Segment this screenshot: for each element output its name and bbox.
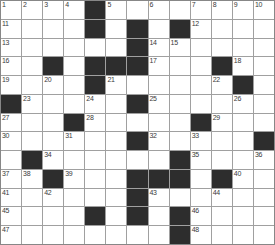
white-cell-r10c12[interactable]: 40 — [233, 170, 253, 188]
white-cell-r8c8[interactable]: 32 — [149, 132, 169, 150]
white-cell-r10c2[interactable]: 38 — [22, 170, 42, 188]
clue-number-6: 6 — [150, 1, 154, 9]
white-cell-r6c11[interactable] — [212, 95, 232, 113]
white-cell-r6c9[interactable] — [170, 95, 190, 113]
white-cell-r11c5[interactable] — [85, 189, 105, 207]
white-cell-r6c6[interactable] — [106, 95, 126, 113]
white-cell-r11c12[interactable] — [233, 189, 253, 207]
clue-number-34: 34 — [44, 151, 51, 159]
clue-number-22: 22 — [213, 76, 220, 84]
white-cell-r11c9[interactable] — [170, 189, 190, 207]
white-cell-r4c8[interactable]: 17 — [149, 57, 169, 75]
black-cell-r12c7 — [127, 207, 147, 225]
white-cell-r5c7[interactable] — [127, 76, 147, 94]
white-cell-r2c3[interactable] — [43, 20, 63, 38]
black-cell-r4c7 — [127, 57, 147, 75]
white-cell-r1c1[interactable]: 1 — [1, 1, 21, 19]
white-cell-r4c10[interactable] — [191, 57, 211, 75]
white-cell-r12c2[interactable] — [22, 207, 42, 225]
white-cell-r1c4[interactable]: 4 — [64, 1, 84, 19]
black-cell-r7c10 — [191, 114, 211, 132]
white-cell-r6c5[interactable]: 24 — [85, 95, 105, 113]
white-cell-r8c2[interactable] — [22, 132, 42, 150]
white-cell-r12c11[interactable] — [212, 207, 232, 225]
white-cell-r7c3[interactable] — [43, 114, 63, 132]
black-cell-r5c12 — [233, 76, 253, 94]
white-cell-r9c6[interactable] — [106, 151, 126, 169]
clue-number-9: 9 — [234, 1, 238, 9]
white-cell-r3c12[interactable] — [233, 39, 253, 57]
white-cell-r2c2[interactable] — [22, 20, 42, 38]
white-cell-r5c11[interactable]: 22 — [212, 76, 232, 94]
white-cell-r11c10[interactable] — [191, 189, 211, 207]
white-cell-r9c10[interactable]: 35 — [191, 151, 211, 169]
black-cell-r10c3 — [43, 170, 63, 188]
clue-number-31: 31 — [65, 132, 72, 140]
black-cell-r8c7 — [127, 132, 147, 150]
white-cell-r9c5[interactable] — [85, 151, 105, 169]
white-cell-r1c2[interactable]: 2 — [22, 1, 42, 19]
white-cell-r1c3[interactable]: 3 — [43, 1, 63, 19]
black-cell-r10c11 — [212, 170, 232, 188]
black-cell-r13c9 — [170, 226, 190, 244]
white-cell-r1c12[interactable]: 9 — [233, 1, 253, 19]
white-cell-r13c8[interactable] — [149, 226, 169, 244]
white-cell-r7c6[interactable] — [106, 114, 126, 132]
white-cell-r12c12[interactable] — [233, 207, 253, 225]
white-cell-r2c1[interactable]: 11 — [1, 20, 21, 38]
white-cell-r9c3[interactable]: 34 — [43, 151, 63, 169]
white-cell-r6c10[interactable] — [191, 95, 211, 113]
white-cell-r6c3[interactable] — [43, 95, 63, 113]
white-cell-r1c10[interactable]: 7 — [191, 1, 211, 19]
clue-number-28: 28 — [86, 114, 93, 122]
white-cell-r10c13[interactable] — [254, 170, 274, 188]
clue-number-8: 8 — [213, 1, 217, 9]
clue-number-2: 2 — [23, 1, 27, 9]
white-cell-r6c8[interactable]: 25 — [149, 95, 169, 113]
black-cell-r4c11 — [212, 57, 232, 75]
clue-number-47: 47 — [2, 226, 9, 234]
black-cell-r6c7 — [127, 95, 147, 113]
white-cell-r5c1[interactable]: 19 — [1, 76, 21, 94]
white-cell-r11c4[interactable] — [64, 189, 84, 207]
white-cell-r8c6[interactable] — [106, 132, 126, 150]
white-cell-r13c1[interactable]: 47 — [1, 226, 21, 244]
clue-number-4: 4 — [65, 1, 69, 9]
white-cell-r5c8[interactable] — [149, 76, 169, 94]
black-cell-r4c6 — [106, 57, 126, 75]
white-cell-r10c6[interactable] — [106, 170, 126, 188]
white-cell-r3c11[interactable] — [212, 39, 232, 57]
white-cell-r11c8[interactable]: 43 — [149, 189, 169, 207]
white-cell-r7c5[interactable]: 28 — [85, 114, 105, 132]
white-cell-r12c10[interactable]: 46 — [191, 207, 211, 225]
clue-number-21: 21 — [107, 76, 114, 84]
white-cell-r10c1[interactable]: 37 — [1, 170, 21, 188]
white-cell-r11c6[interactable] — [106, 189, 126, 207]
white-cell-r8c1[interactable]: 30 — [1, 132, 21, 150]
clue-number-14: 14 — [150, 39, 157, 47]
black-cell-r12c9 — [170, 207, 190, 225]
clue-number-33: 33 — [192, 132, 199, 140]
white-cell-r10c4[interactable]: 39 — [64, 170, 84, 188]
white-cell-r3c5[interactable] — [85, 39, 105, 57]
white-cell-r3c9[interactable]: 15 — [170, 39, 190, 57]
clue-number-18: 18 — [234, 57, 241, 65]
white-cell-r3c2[interactable] — [22, 39, 42, 57]
white-cell-r9c11[interactable] — [212, 151, 232, 169]
white-cell-r12c6[interactable] — [106, 207, 126, 225]
white-cell-r11c3[interactable]: 42 — [43, 189, 63, 207]
white-cell-r2c8[interactable] — [149, 20, 169, 38]
white-cell-r7c2[interactable] — [22, 114, 42, 132]
clue-number-32: 32 — [150, 132, 157, 140]
black-cell-r6c1 — [1, 95, 21, 113]
white-cell-r7c11[interactable]: 29 — [212, 114, 232, 132]
white-cell-r12c4[interactable] — [64, 207, 84, 225]
clue-number-48: 48 — [192, 226, 199, 234]
clue-number-7: 7 — [192, 1, 196, 9]
white-cell-r8c4[interactable]: 31 — [64, 132, 84, 150]
clue-number-41: 41 — [2, 189, 9, 197]
white-cell-r2c6[interactable] — [106, 20, 126, 38]
black-cell-r4c5 — [85, 57, 105, 75]
black-cell-r8c13 — [254, 132, 274, 150]
white-cell-r13c6[interactable] — [106, 226, 126, 244]
white-cell-r5c13[interactable] — [254, 76, 274, 94]
clue-number-37: 37 — [2, 170, 9, 178]
white-cell-r3c13[interactable] — [254, 39, 274, 57]
white-cell-r13c13[interactable] — [254, 226, 274, 244]
white-cell-r7c9[interactable] — [170, 114, 190, 132]
clue-number-20: 20 — [44, 76, 51, 84]
white-cell-r9c4[interactable] — [64, 151, 84, 169]
white-cell-r3c1[interactable]: 13 — [1, 39, 21, 57]
white-cell-r2c13[interactable] — [254, 20, 274, 38]
clue-number-30: 30 — [2, 132, 9, 140]
white-cell-r7c1[interactable]: 27 — [1, 114, 21, 132]
white-cell-r9c12[interactable] — [233, 151, 253, 169]
white-cell-r7c7[interactable] — [127, 114, 147, 132]
white-cell-r3c4[interactable] — [64, 39, 84, 57]
clue-number-24: 24 — [86, 95, 93, 103]
black-cell-r9c2 — [22, 151, 42, 169]
white-cell-r2c10[interactable]: 12 — [191, 20, 211, 38]
white-cell-r2c11[interactable] — [212, 20, 232, 38]
white-cell-r5c9[interactable] — [170, 76, 190, 94]
clue-number-10: 10 — [255, 1, 262, 9]
white-cell-r13c3[interactable] — [43, 226, 63, 244]
white-cell-r9c8[interactable] — [149, 151, 169, 169]
white-cell-r8c12[interactable] — [233, 132, 253, 150]
clue-number-43: 43 — [150, 189, 157, 197]
black-cell-r10c9 — [170, 170, 190, 188]
clue-number-42: 42 — [44, 189, 51, 197]
white-cell-r12c1[interactable]: 45 — [1, 207, 21, 225]
white-cell-r11c13[interactable] — [254, 189, 274, 207]
clue-number-17: 17 — [150, 57, 157, 65]
black-cell-r3c7 — [127, 39, 147, 57]
white-cell-r4c9[interactable] — [170, 57, 190, 75]
clue-number-11: 11 — [2, 20, 9, 28]
white-cell-r12c3[interactable] — [43, 207, 63, 225]
white-cell-r5c10[interactable] — [191, 76, 211, 94]
white-cell-r6c2[interactable]: 23 — [22, 95, 42, 113]
white-cell-r7c8[interactable] — [149, 114, 169, 132]
white-cell-r4c13[interactable] — [254, 57, 274, 75]
black-cell-r4c3 — [43, 57, 63, 75]
white-cell-r13c5[interactable] — [85, 226, 105, 244]
white-cell-r11c2[interactable] — [22, 189, 42, 207]
white-cell-r1c7[interactable] — [127, 1, 147, 19]
white-cell-r2c4[interactable] — [64, 20, 84, 38]
white-cell-r8c10[interactable]: 33 — [191, 132, 211, 150]
white-cell-r3c10[interactable] — [191, 39, 211, 57]
white-cell-r2c12[interactable] — [233, 20, 253, 38]
clue-number-29: 29 — [213, 114, 220, 122]
white-cell-r11c1[interactable]: 41 — [1, 189, 21, 207]
white-cell-r3c3[interactable] — [43, 39, 63, 57]
black-cell-r11c7 — [127, 189, 147, 207]
clue-number-26: 26 — [234, 95, 241, 103]
black-cell-r9c9 — [170, 151, 190, 169]
black-cell-r1c5 — [85, 1, 105, 19]
black-cell-r12c5 — [85, 207, 105, 225]
clue-number-35: 35 — [192, 151, 199, 159]
white-cell-r12c8[interactable] — [149, 207, 169, 225]
white-cell-r4c2[interactable] — [22, 57, 42, 75]
white-cell-r13c4[interactable] — [64, 226, 84, 244]
black-cell-r10c8 — [149, 170, 169, 188]
white-cell-r4c1[interactable]: 16 — [1, 57, 21, 75]
black-cell-r7c4 — [64, 114, 84, 132]
white-cell-r1c9[interactable] — [170, 1, 190, 19]
clue-number-15: 15 — [171, 39, 178, 47]
white-cell-r7c13[interactable] — [254, 114, 274, 132]
white-cell-r9c1[interactable] — [1, 151, 21, 169]
clue-number-23: 23 — [23, 95, 30, 103]
white-cell-r13c11[interactable] — [212, 226, 232, 244]
white-cell-r6c13[interactable] — [254, 95, 274, 113]
white-cell-r1c8[interactable]: 6 — [149, 1, 169, 19]
white-cell-r8c5[interactable] — [85, 132, 105, 150]
white-cell-r11c11[interactable]: 44 — [212, 189, 232, 207]
clue-number-12: 12 — [192, 20, 199, 28]
white-cell-r4c4[interactable] — [64, 57, 84, 75]
white-cell-r13c7[interactable] — [127, 226, 147, 244]
white-cell-r8c9[interactable] — [170, 132, 190, 150]
white-cell-r12c13[interactable] — [254, 207, 274, 225]
white-cell-r13c10[interactable]: 48 — [191, 226, 211, 244]
white-cell-r9c7[interactable] — [127, 151, 147, 169]
white-cell-r10c10[interactable] — [191, 170, 211, 188]
white-cell-r8c3[interactable] — [43, 132, 63, 150]
white-cell-r5c6[interactable]: 21 — [106, 76, 126, 94]
white-cell-r9c13[interactable]: 36 — [254, 151, 274, 169]
white-cell-r5c4[interactable] — [64, 76, 84, 94]
white-cell-r5c3[interactable]: 20 — [43, 76, 63, 94]
white-cell-r13c2[interactable] — [22, 226, 42, 244]
clue-number-38: 38 — [23, 170, 30, 178]
white-cell-r13c12[interactable] — [233, 226, 253, 244]
black-cell-r2c7 — [127, 20, 147, 38]
black-cell-r10c7 — [127, 170, 147, 188]
clue-number-27: 27 — [2, 114, 9, 122]
clue-number-39: 39 — [65, 170, 72, 178]
white-cell-r3c6[interactable] — [106, 39, 126, 57]
white-cell-r1c13[interactable]: 10 — [254, 1, 274, 19]
white-cell-r7c12[interactable] — [233, 114, 253, 132]
crossword-board: 1234567891011121314151617181920212223242… — [0, 0, 275, 245]
black-cell-r2c5 — [85, 20, 105, 38]
clue-number-16: 16 — [2, 57, 9, 65]
clue-number-36: 36 — [255, 151, 262, 159]
clue-number-5: 5 — [107, 1, 111, 9]
clue-number-19: 19 — [2, 76, 9, 84]
black-cell-r5c5 — [85, 76, 105, 94]
black-cell-r2c9 — [170, 20, 190, 38]
white-cell-r3c8[interactable]: 14 — [149, 39, 169, 57]
white-cell-r4c12[interactable]: 18 — [233, 57, 253, 75]
white-cell-r6c4[interactable] — [64, 95, 84, 113]
clue-number-13: 13 — [2, 39, 9, 47]
white-cell-r1c11[interactable]: 8 — [212, 1, 232, 19]
clue-number-40: 40 — [234, 170, 241, 178]
clue-number-44: 44 — [213, 189, 220, 197]
clue-number-45: 45 — [2, 207, 9, 215]
white-cell-r8c11[interactable] — [212, 132, 232, 150]
clue-number-46: 46 — [192, 207, 199, 215]
clue-number-1: 1 — [2, 1, 6, 9]
white-cell-r10c5[interactable] — [85, 170, 105, 188]
white-cell-r5c2[interactable] — [22, 76, 42, 94]
clue-number-25: 25 — [150, 95, 157, 103]
white-cell-r6c12[interactable]: 26 — [233, 95, 253, 113]
clue-number-3: 3 — [44, 1, 48, 9]
white-cell-r1c6[interactable]: 5 — [106, 1, 126, 19]
